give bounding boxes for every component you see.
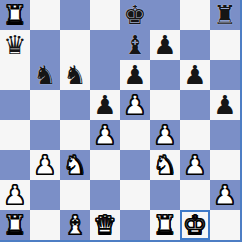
- square-c8[interactable]: [60, 0, 90, 30]
- square-d2[interactable]: [90, 180, 120, 210]
- square-e5[interactable]: ♟: [120, 90, 150, 120]
- square-h4[interactable]: [210, 120, 240, 150]
- square-e3[interactable]: [120, 150, 150, 180]
- black-rook: ♜: [213, 0, 236, 30]
- white-king: ♚: [183, 210, 206, 240]
- square-g4[interactable]: [180, 120, 210, 150]
- square-h5[interactable]: ♟: [210, 90, 240, 120]
- square-d7[interactable]: [90, 30, 120, 60]
- square-h6[interactable]: [210, 60, 240, 90]
- square-c5[interactable]: [60, 90, 90, 120]
- square-g5[interactable]: [180, 90, 210, 120]
- square-b2[interactable]: [30, 180, 60, 210]
- square-a8[interactable]: ♜: [0, 0, 30, 30]
- black-pawn: ♟: [213, 90, 236, 120]
- white-rook: ♜: [153, 210, 176, 240]
- square-g2[interactable]: [180, 180, 210, 210]
- white-pawn: ♟: [123, 90, 146, 120]
- square-e7[interactable]: ♝: [120, 30, 150, 60]
- black-pawn: ♟: [123, 60, 146, 90]
- square-c4[interactable]: [60, 120, 90, 150]
- black-knight: ♞: [63, 60, 86, 90]
- square-a1[interactable]: ♜: [0, 210, 30, 240]
- black-pawn: ♟: [183, 60, 206, 90]
- square-b3[interactable]: ♟: [30, 150, 60, 180]
- white-pawn: ♟: [93, 120, 116, 150]
- white-pawn: ♟: [33, 150, 56, 180]
- white-pawn: ♟: [153, 120, 176, 150]
- square-g1[interactable]: ♚: [180, 210, 210, 240]
- square-b6[interactable]: ♞: [30, 60, 60, 90]
- square-g8[interactable]: [180, 0, 210, 30]
- square-c1[interactable]: ♝: [60, 210, 90, 240]
- square-h3[interactable]: [210, 150, 240, 180]
- square-a5[interactable]: [0, 90, 30, 120]
- chess-board: ♜♚♜♛♝♟♞♞♟♟♟♟♟♟♟♟♞♞♟♟♟♜♝♛♜♚: [0, 0, 242, 242]
- black-pawn: ♟: [93, 90, 116, 120]
- square-c6[interactable]: ♞: [60, 60, 90, 90]
- white-knight: ♞: [63, 150, 86, 180]
- square-h8[interactable]: ♜: [210, 0, 240, 30]
- square-e8[interactable]: ♚: [120, 0, 150, 30]
- square-d4[interactable]: ♟: [90, 120, 120, 150]
- black-king: ♚: [123, 0, 146, 30]
- square-d3[interactable]: [90, 150, 120, 180]
- black-queen: ♛: [3, 30, 26, 60]
- square-f4[interactable]: ♟: [150, 120, 180, 150]
- white-queen: ♛: [93, 210, 116, 240]
- square-b1[interactable]: [30, 210, 60, 240]
- square-h1[interactable]: [210, 210, 240, 240]
- white-pawn: ♟: [183, 150, 206, 180]
- square-h7[interactable]: [210, 30, 240, 60]
- square-f1[interactable]: ♜: [150, 210, 180, 240]
- black-knight: ♞: [33, 60, 56, 90]
- square-f6[interactable]: [150, 60, 180, 90]
- square-a2[interactable]: ♟: [0, 180, 30, 210]
- square-f5[interactable]: [150, 90, 180, 120]
- square-d6[interactable]: [90, 60, 120, 90]
- square-b5[interactable]: [30, 90, 60, 120]
- square-f3[interactable]: ♞: [150, 150, 180, 180]
- square-f7[interactable]: ♟: [150, 30, 180, 60]
- black-pawn: ♟: [153, 30, 176, 60]
- white-pawn: ♟: [213, 180, 236, 210]
- square-g3[interactable]: ♟: [180, 150, 210, 180]
- square-a7[interactable]: ♛: [0, 30, 30, 60]
- white-bishop: ♝: [63, 210, 86, 240]
- square-h2[interactable]: ♟: [210, 180, 240, 210]
- square-g6[interactable]: ♟: [180, 60, 210, 90]
- square-d1[interactable]: ♛: [90, 210, 120, 240]
- square-b4[interactable]: [30, 120, 60, 150]
- square-c2[interactable]: [60, 180, 90, 210]
- square-e4[interactable]: [120, 120, 150, 150]
- square-f8[interactable]: [150, 0, 180, 30]
- square-c7[interactable]: [60, 30, 90, 60]
- square-e2[interactable]: [120, 180, 150, 210]
- white-rook: ♜: [3, 210, 26, 240]
- square-e1[interactable]: [120, 210, 150, 240]
- square-e6[interactable]: ♟: [120, 60, 150, 90]
- square-b7[interactable]: [30, 30, 60, 60]
- square-g7[interactable]: [180, 30, 210, 60]
- square-a6[interactable]: [0, 60, 30, 90]
- square-a3[interactable]: [0, 150, 30, 180]
- white-rook: ♜: [3, 0, 26, 30]
- white-knight: ♞: [153, 150, 176, 180]
- white-pawn: ♟: [3, 180, 26, 210]
- square-a4[interactable]: [0, 120, 30, 150]
- square-b8[interactable]: [30, 0, 60, 30]
- square-f2[interactable]: [150, 180, 180, 210]
- square-c3[interactable]: ♞: [60, 150, 90, 180]
- square-d8[interactable]: [90, 0, 120, 30]
- black-bishop: ♝: [123, 30, 146, 60]
- square-d5[interactable]: ♟: [90, 90, 120, 120]
